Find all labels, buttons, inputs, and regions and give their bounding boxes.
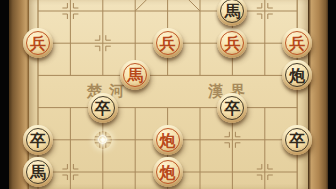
piece-red-cannon[interactable]: 炮 (153, 125, 183, 155)
piece-character: 馬 (30, 165, 46, 181)
piece-character: 炮 (289, 68, 305, 84)
piece-character: 炮 (160, 165, 176, 181)
last-move-marker (94, 131, 112, 149)
piece-character: 卒 (30, 132, 46, 148)
piece-character: 炮 (160, 132, 176, 148)
piece-character: 卒 (224, 100, 240, 116)
piece-black-pawn[interactable]: 卒 (217, 93, 247, 123)
piece-character: 卒 (95, 100, 111, 116)
piece-red-cannon[interactable]: 炮 (153, 157, 183, 187)
piece-black-horse[interactable]: 馬 (23, 157, 53, 187)
piece-red-pawn[interactable]: 兵 (153, 28, 183, 58)
piece-character: 兵 (224, 36, 240, 52)
piece-character: 馬 (127, 68, 143, 84)
piece-black-pawn[interactable]: 卒 (282, 125, 312, 155)
piece-red-pawn[interactable]: 兵 (23, 28, 53, 58)
piece-black-pawn[interactable]: 卒 (23, 125, 53, 155)
piece-character: 兵 (30, 36, 46, 52)
piece-character: 馬 (224, 4, 240, 20)
piece-character: 兵 (289, 36, 305, 52)
piece-character: 卒 (289, 132, 305, 148)
piece-black-pawn[interactable]: 卒 (88, 93, 118, 123)
piece-character: 兵 (160, 36, 176, 52)
xiangqi-app-screen: 楚河 漢界 兵兵兵兵馬炮炮馬炮卒卒卒卒馬 (0, 0, 336, 189)
